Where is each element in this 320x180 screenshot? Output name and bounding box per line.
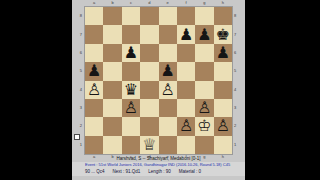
square-e7[interactable]	[159, 25, 177, 43]
square-b7[interactable]	[103, 25, 121, 43]
square-c2[interactable]	[122, 117, 140, 135]
coord-label: 6	[233, 44, 242, 62]
square-c4[interactable]: ♛	[122, 81, 140, 99]
coord-label: 5	[233, 62, 242, 80]
coord-label: a	[85, 1, 103, 6]
white-queen-piece: ♕	[142, 136, 156, 152]
square-d6[interactable]	[140, 44, 158, 62]
video-frame: abcdefgh abcdefgh 87654321 87654321 ♟♟♚♟…	[0, 0, 320, 180]
square-b1[interactable]	[103, 136, 121, 154]
square-f7[interactable]: ♟	[177, 25, 195, 43]
square-c5[interactable]	[122, 62, 140, 80]
square-a8[interactable]	[85, 7, 103, 25]
square-h8[interactable]	[214, 7, 232, 25]
square-d3[interactable]	[140, 99, 158, 117]
next-move-label: Next : 91.Qd1	[113, 169, 141, 174]
length-label: Length : 90	[148, 169, 171, 174]
square-a5[interactable]: ♟	[85, 62, 103, 80]
rank-labels-right: 87654321	[233, 7, 242, 154]
coord-label: 7	[233, 25, 242, 43]
square-d8[interactable]	[140, 7, 158, 25]
black-pawn-piece: ♟	[124, 44, 138, 60]
square-g2[interactable]: ♔	[195, 117, 213, 135]
side-to-move-indicator	[74, 134, 80, 140]
square-f8[interactable]	[177, 7, 195, 25]
coord-label: 5	[74, 62, 83, 80]
square-h5[interactable]	[214, 62, 232, 80]
square-d5[interactable]	[140, 62, 158, 80]
square-c7[interactable]	[122, 25, 140, 43]
square-h7[interactable]: ♚	[214, 25, 232, 43]
square-c6[interactable]: ♟	[122, 44, 140, 62]
square-b3[interactable]	[103, 99, 121, 117]
chess-board: ♟♟♚♟♟♟♟♙♛♙♙♙♙♔♙♕	[85, 7, 232, 154]
white-pawn-piece: ♙	[124, 100, 138, 116]
square-f3[interactable]	[177, 99, 195, 117]
square-b5[interactable]	[103, 62, 121, 80]
square-d7[interactable]	[140, 25, 158, 43]
square-f6[interactable]	[177, 44, 195, 62]
square-d4[interactable]	[140, 81, 158, 99]
square-h2[interactable]: ♙	[214, 117, 232, 135]
black-queen-piece: ♛	[124, 81, 138, 97]
material-label: Material : 0	[179, 169, 201, 174]
rank-labels-left: 87654321	[74, 7, 83, 154]
coord-label: 8	[74, 7, 83, 25]
white-pawn-piece: ♙	[87, 81, 101, 97]
square-e8[interactable]	[159, 7, 177, 25]
square-f5[interactable]	[177, 62, 195, 80]
square-h4[interactable]	[214, 81, 232, 99]
square-b2[interactable]	[103, 117, 121, 135]
white-pawn-piece: ♙	[197, 100, 211, 116]
players-line: Harshvad, S -- Shachiyan, Medaboni [0-1]	[72, 156, 245, 161]
square-h6[interactable]: ♟	[214, 44, 232, 62]
coord-label: 2	[233, 117, 242, 135]
square-f1[interactable]	[177, 136, 195, 154]
coord-label: 4	[233, 81, 242, 99]
square-c3[interactable]: ♙	[122, 99, 140, 117]
coord-label: 4	[74, 81, 83, 99]
square-h1[interactable]	[214, 136, 232, 154]
square-a6[interactable]	[85, 44, 103, 62]
coord-label: d	[140, 1, 158, 6]
white-pawn-piece: ♙	[161, 81, 175, 97]
square-a1[interactable]	[85, 136, 103, 154]
coord-label: 1	[233, 136, 242, 154]
square-g6[interactable]	[195, 44, 213, 62]
square-e4[interactable]: ♙	[159, 81, 177, 99]
square-a4[interactable]: ♙	[85, 81, 103, 99]
black-king-piece: ♚	[216, 26, 230, 42]
white-king-piece: ♔	[197, 118, 211, 134]
square-b6[interactable]	[103, 44, 121, 62]
square-b8[interactable]	[103, 7, 121, 25]
coord-label: c	[122, 1, 140, 6]
square-c1[interactable]	[122, 136, 140, 154]
white-pawn-piece: ♙	[216, 118, 230, 134]
square-a2[interactable]	[85, 117, 103, 135]
square-e6[interactable]	[159, 44, 177, 62]
status-line: 90 ... Qc4Next : 91.Qd1Length : 90Materi…	[85, 169, 245, 174]
square-g5[interactable]	[195, 62, 213, 80]
square-d2[interactable]	[140, 117, 158, 135]
black-pawn-piece: ♟	[197, 26, 211, 42]
square-g7[interactable]: ♟	[195, 25, 213, 43]
square-a7[interactable]	[85, 25, 103, 43]
square-g1[interactable]	[195, 136, 213, 154]
coord-label: b	[103, 1, 121, 6]
square-e5[interactable]: ♟	[159, 62, 177, 80]
square-a3[interactable]	[85, 99, 103, 117]
coord-label: e	[159, 1, 177, 6]
square-e1[interactable]	[159, 136, 177, 154]
coord-label: 7	[74, 25, 83, 43]
coord-label: f	[177, 1, 195, 6]
square-e2[interactable]	[159, 117, 177, 135]
white-pawn-piece: ♙	[179, 118, 193, 134]
square-f4[interactable]	[177, 81, 195, 99]
file-labels-top: abcdefgh	[85, 1, 232, 6]
coord-label: h	[214, 1, 232, 6]
coord-label: 6	[74, 44, 83, 62]
square-c8[interactable]	[122, 7, 140, 25]
square-g4[interactable]	[195, 81, 213, 99]
square-g8[interactable]	[195, 7, 213, 25]
square-h3[interactable]	[214, 99, 232, 117]
coord-label: g	[195, 1, 213, 6]
black-pawn-piece: ♟	[161, 63, 175, 79]
event-line: Event : 51st World Juniors 2016, Gandhin…	[85, 163, 245, 168]
square-d1[interactable]: ♕	[140, 136, 158, 154]
square-f2[interactable]: ♙	[177, 117, 195, 135]
black-pawn-piece: ♟	[216, 44, 230, 60]
square-b4[interactable]	[103, 81, 121, 99]
coord-label: 3	[74, 99, 83, 117]
square-e3[interactable]	[159, 99, 177, 117]
last-move-label: 90 ... Qc4	[85, 169, 105, 174]
coord-label: 3	[233, 99, 242, 117]
black-pawn-piece: ♟	[87, 63, 101, 79]
coord-label: 2	[74, 117, 83, 135]
black-pawn-piece: ♟	[179, 26, 193, 42]
square-g3[interactable]: ♙	[195, 99, 213, 117]
coord-label: 8	[233, 7, 242, 25]
